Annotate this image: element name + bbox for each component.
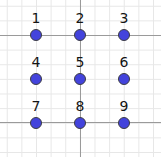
point-dot-7[interactable] [30,117,42,129]
grid-cell-3: 3 [102,13,146,57]
grid-cell-1: 1 [14,13,58,57]
point-dot-6[interactable] [118,73,130,85]
point-dot-5[interactable] [74,73,86,85]
point-dot-1[interactable] [30,29,42,41]
point-label-5: 5 [58,55,102,69]
point-dot-9[interactable] [118,117,130,129]
graph-canvas: 1 2 3 4 5 6 7 8 [0,0,161,157]
grid-cell-7: 7 [14,101,58,145]
grid-cell-2: 2 [58,13,102,57]
grid-cell-8: 8 [58,101,102,145]
point-label-2: 2 [58,11,102,25]
point-label-4: 4 [14,55,58,69]
point-label-9: 9 [102,99,146,113]
point-label-3: 3 [102,11,146,25]
point-label-1: 1 [14,11,58,25]
point-dot-8[interactable] [74,117,86,129]
grid-cell-9: 9 [102,101,146,145]
point-dot-2[interactable] [74,29,86,41]
point-label-6: 6 [102,55,146,69]
point-label-7: 7 [14,99,58,113]
point-dot-3[interactable] [118,29,130,41]
grid-cell-4: 4 [14,57,58,101]
grid-cell-5: 5 [58,57,102,101]
point-dot-4[interactable] [30,73,42,85]
grid-cell-6: 6 [102,57,146,101]
nine-dot-grid: 1 2 3 4 5 6 7 8 [14,13,146,145]
point-label-8: 8 [58,99,102,113]
